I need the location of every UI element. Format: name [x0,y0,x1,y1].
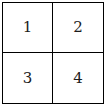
grid-board: 1 2 3 4 [2,2,104,104]
cell-r1c0[interactable]: 3 [3,53,53,103]
grid-image: 1 2 3 4 [0,0,107,107]
cell-r1c1[interactable]: 4 [53,53,103,103]
cell-r0c0[interactable]: 1 [3,3,53,53]
cell-r0c1[interactable]: 2 [53,3,103,53]
